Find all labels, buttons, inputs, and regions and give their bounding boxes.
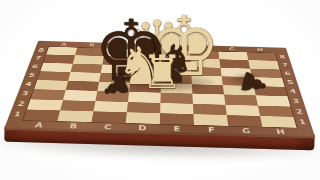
pieces-layer: ♛♚♟♝♚♟♞♞♜ [0,0,320,180]
piece-white-rook[interactable]: ♜ [141,49,182,95]
chessboard-product-photo: AABBCCDDEEFFGGHH1122334455667788 ♛♚♟♝♚♟♞… [0,0,320,180]
piece-black-pawn-fallen-right[interactable]: ♟ [236,66,272,100]
